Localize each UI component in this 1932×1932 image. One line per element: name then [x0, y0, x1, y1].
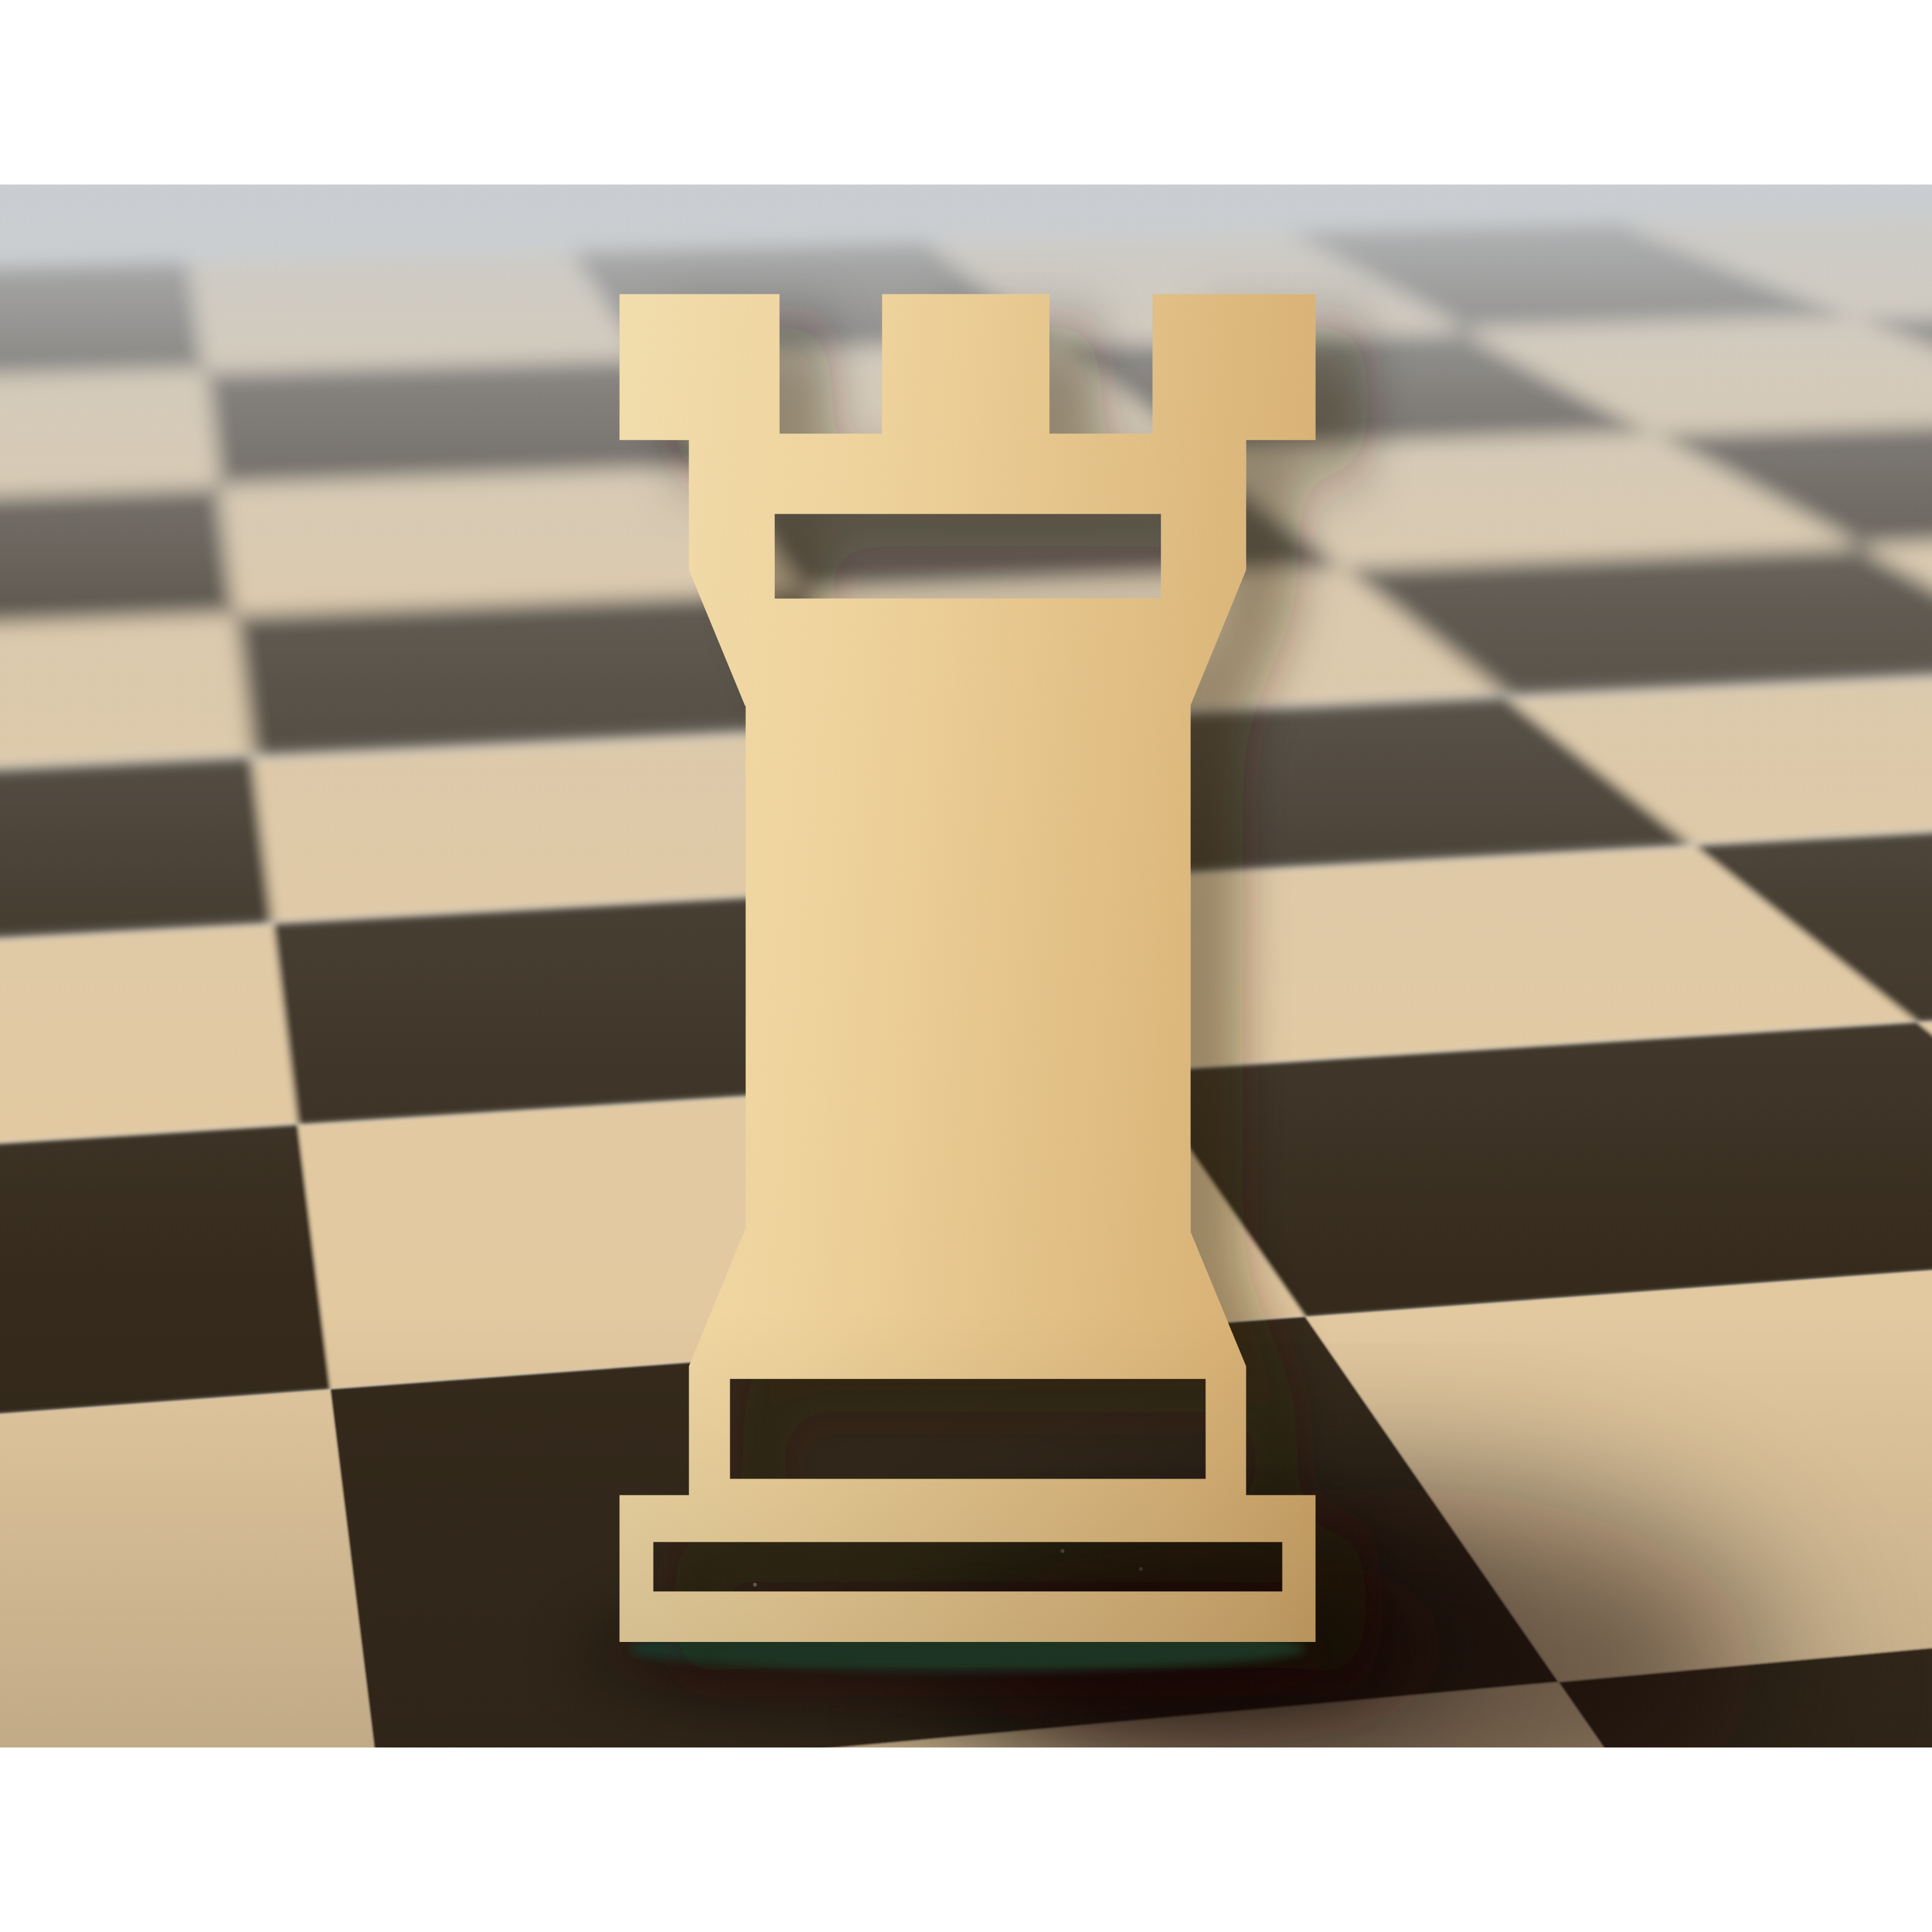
chessboard-photo: ♜ [0, 185, 1932, 1747]
product-photo-of-chess-rook: ♜ [0, 0, 1932, 1932]
bottom-vignette [0, 185, 1932, 1747]
bottom-white-margin [0, 1747, 1932, 1932]
photo-band: ♜ [0, 185, 1932, 1747]
top-white-margin [0, 0, 1932, 185]
